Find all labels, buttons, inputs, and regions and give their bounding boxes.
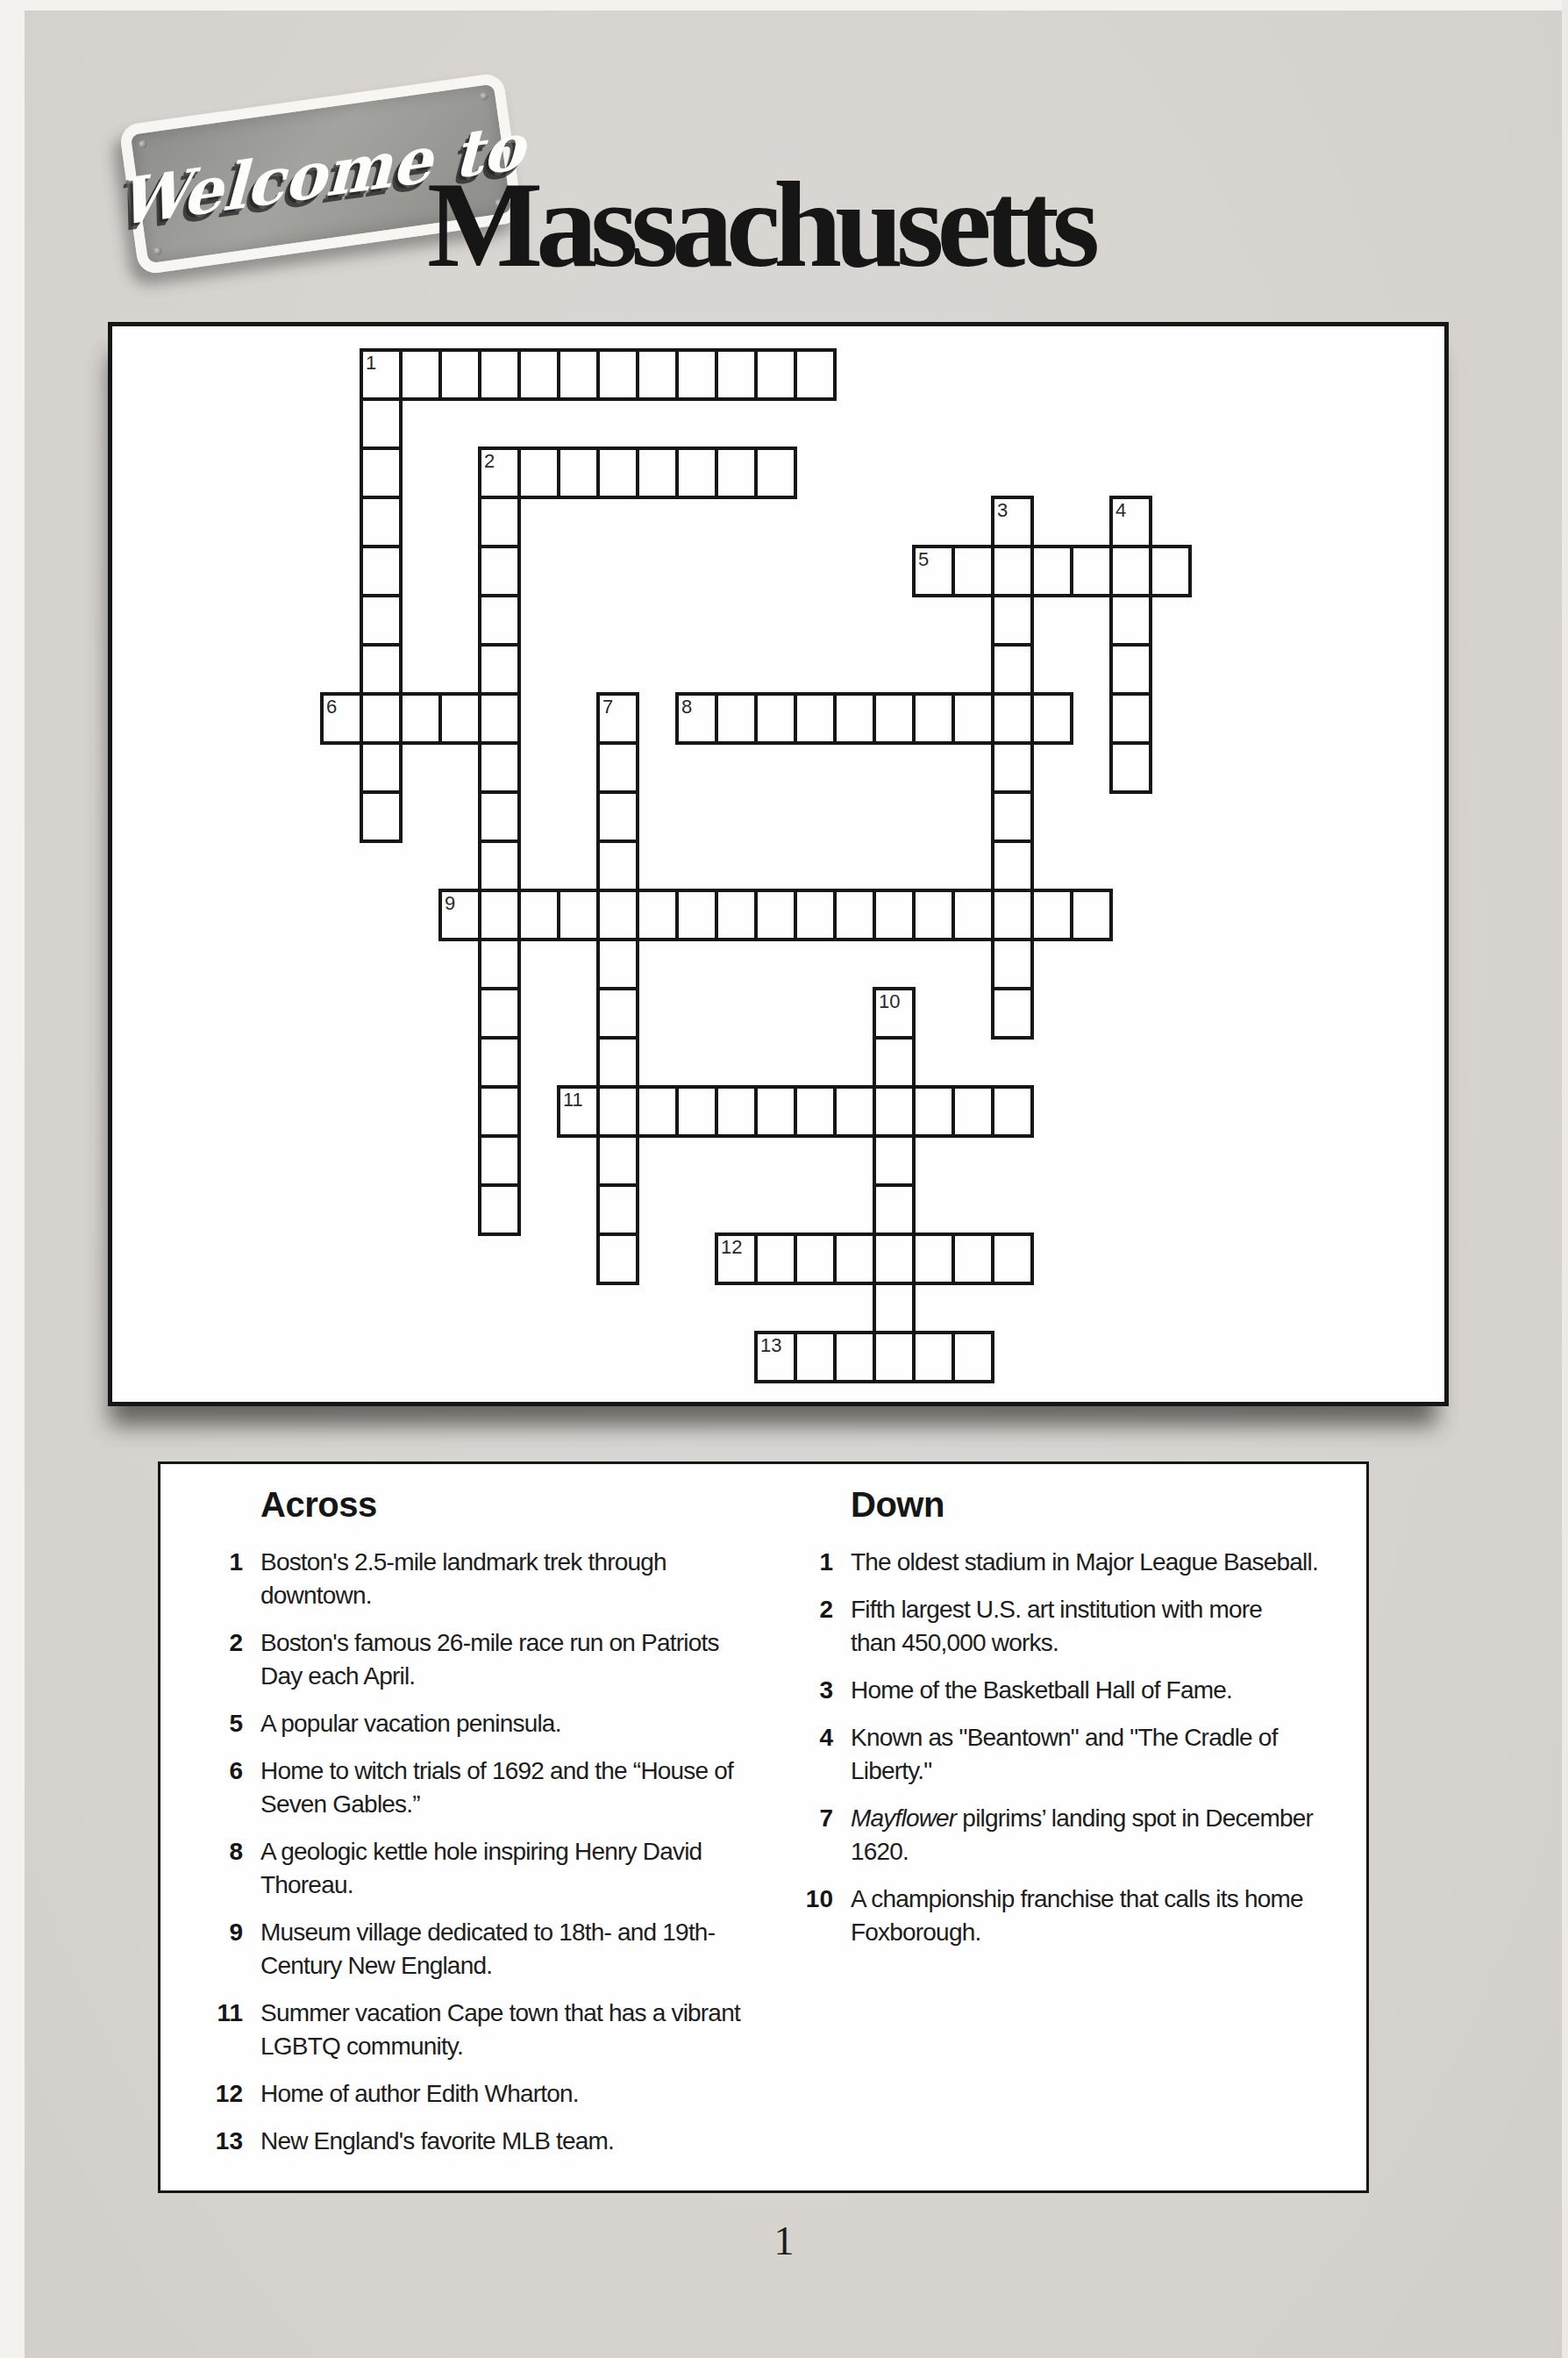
scan-edge-left — [0, 0, 25, 2358]
grid-cell[interactable] — [596, 1183, 639, 1236]
cell-number: 7 — [602, 696, 613, 718]
grid-cell[interactable] — [399, 692, 442, 745]
clue-number: 10 — [782, 1883, 833, 1949]
grid-cell[interactable] — [636, 447, 679, 499]
grid-cell[interactable] — [636, 1085, 679, 1138]
grid-cell[interactable] — [557, 447, 600, 499]
grid-cell[interactable] — [1109, 594, 1152, 647]
grid-cell[interactable] — [557, 348, 600, 401]
grid-cell[interactable] — [360, 741, 403, 794]
grid-cell[interactable] — [596, 987, 639, 1040]
grid-cell[interactable] — [636, 889, 679, 941]
grid-cell[interactable] — [360, 790, 403, 843]
grid-cell[interactable] — [754, 1233, 797, 1285]
clue-item: 1Boston's 2.5-mile landmark trek through… — [192, 1546, 762, 1612]
grid-cell[interactable] — [715, 348, 758, 401]
grid-cell[interactable] — [715, 1085, 758, 1138]
grid-cell[interactable] — [991, 643, 1034, 696]
grid-cell[interactable] — [596, 1085, 639, 1138]
grid-cell[interactable] — [360, 643, 403, 696]
grid-cell[interactable] — [715, 447, 758, 499]
clue-number: 5 — [192, 1707, 243, 1740]
grid-cell[interactable] — [951, 692, 994, 745]
grid-cell[interactable] — [951, 545, 994, 597]
grid-cell[interactable] — [912, 692, 955, 745]
grid-cell[interactable] — [991, 692, 1034, 745]
clue-text: Known as "Beantown" and "The Cradle of L… — [851, 1721, 1352, 1788]
cell-number: 1 — [366, 352, 376, 375]
screw-icon — [153, 247, 162, 255]
clue-text: Mayflower pilgrims’ landing spot in Dece… — [851, 1802, 1352, 1869]
grid-cell[interactable] — [478, 692, 521, 745]
grid-cell[interactable] — [675, 889, 718, 941]
clue-item: 7Mayflower pilgrims’ landing spot in Dec… — [782, 1802, 1352, 1869]
grid-cell[interactable] — [833, 692, 876, 745]
grid-cell[interactable] — [478, 840, 521, 892]
clue-number: 9 — [192, 1916, 243, 1983]
grid-cell[interactable] — [1030, 545, 1073, 597]
grid-cell[interactable] — [1070, 889, 1113, 941]
grid-cell[interactable] — [675, 1085, 718, 1138]
grid-cell[interactable] — [596, 1233, 639, 1285]
grid-cell[interactable] — [478, 889, 521, 941]
grid-cell[interactable] — [1070, 545, 1113, 597]
clue-text: A popular vacation peninsula. — [260, 1707, 762, 1740]
grid-cell[interactable]: 6 — [320, 692, 363, 745]
grid-cell[interactable] — [478, 1183, 521, 1236]
clue-text: A championship franchise that calls its … — [851, 1883, 1352, 1949]
grid-cell[interactable] — [478, 348, 521, 401]
grid-cell[interactable] — [360, 692, 403, 745]
grid-cell[interactable] — [991, 741, 1034, 794]
grid-cell[interactable] — [478, 1134, 521, 1187]
grid-cell[interactable]: 12 — [715, 1233, 758, 1285]
grid-cell[interactable] — [794, 348, 837, 401]
clue-item: 13New England's favorite MLB team. — [192, 2125, 762, 2158]
grid-cell[interactable] — [596, 790, 639, 843]
grid-cell[interactable] — [478, 1036, 521, 1089]
grid-cell[interactable] — [991, 1085, 1034, 1138]
grid-cell[interactable] — [912, 1331, 955, 1383]
grid-cell[interactable] — [912, 1085, 955, 1138]
clue-number: 6 — [192, 1754, 243, 1821]
clue-text: Home of author Edith Wharton. — [260, 2077, 762, 2111]
clue-number: 2 — [782, 1593, 833, 1660]
clue-number: 8 — [192, 1835, 243, 1902]
grid-cell[interactable] — [1030, 889, 1073, 941]
grid-cell[interactable] — [478, 545, 521, 597]
grid-cell[interactable] — [754, 1085, 797, 1138]
page-number: 1 — [774, 2219, 795, 2263]
grid-cell[interactable] — [754, 889, 797, 941]
grid-cell[interactable] — [833, 1233, 876, 1285]
cell-number: 11 — [563, 1089, 583, 1111]
grid-cell[interactable] — [478, 496, 521, 548]
across-clues-column: Across 1Boston's 2.5-mile landmark trek … — [192, 1485, 762, 2172]
grid-cell[interactable] — [517, 889, 560, 941]
clue-item: 6Home to witch trials of 1692 and the “H… — [192, 1754, 762, 1821]
cell-number: 12 — [721, 1236, 742, 1259]
down-clue-list: 1The oldest stadium in Major League Base… — [782, 1546, 1352, 1949]
clue-item: 2Boston's famous 26-mile race run on Pat… — [192, 1626, 762, 1693]
screw-icon — [139, 139, 147, 148]
grid-cell[interactable] — [517, 348, 560, 401]
grid-cell[interactable] — [478, 1085, 521, 1138]
grid-cell[interactable] — [873, 1134, 916, 1187]
grid-cell[interactable] — [1030, 692, 1073, 745]
grid-cell[interactable] — [478, 643, 521, 696]
grid-cell[interactable] — [873, 1233, 916, 1285]
clues-panel: Across 1Boston's 2.5-mile landmark trek … — [158, 1461, 1369, 2193]
page-footer: 1 — [0, 2218, 1568, 2264]
grid-cell[interactable] — [596, 348, 639, 401]
grid-cell[interactable]: 4 — [1109, 496, 1152, 548]
grid-cell[interactable] — [478, 741, 521, 794]
clue-number: 1 — [782, 1546, 833, 1579]
clue-number: 13 — [192, 2125, 243, 2158]
clue-item: 1The oldest stadium in Major League Base… — [782, 1546, 1352, 1579]
grid-cell[interactable] — [794, 1233, 837, 1285]
grid-cell[interactable] — [794, 1085, 837, 1138]
grid-cell[interactable] — [991, 1233, 1034, 1285]
cell-number: 6 — [326, 696, 337, 718]
grid-cell[interactable] — [873, 1183, 916, 1236]
grid-cell[interactable] — [873, 1085, 916, 1138]
grid-cell[interactable] — [715, 692, 758, 745]
grid-cell[interactable] — [360, 496, 403, 548]
clue-text: Fifth largest U.S. art institution with … — [851, 1593, 1352, 1660]
grid-cell[interactable] — [873, 889, 916, 941]
clue-item: 3Home of the Basketball Hall of Fame. — [782, 1674, 1352, 1707]
clue-item: 9Museum village dedicated to 18th- and 1… — [192, 1916, 762, 1983]
grid-cell[interactable]: 11 — [557, 1085, 600, 1138]
grid-cell[interactable] — [912, 1233, 955, 1285]
cell-number: 8 — [681, 696, 692, 718]
grid-cell[interactable]: 5 — [912, 545, 955, 597]
down-header: Down — [851, 1485, 1352, 1525]
grid-cell[interactable] — [1149, 545, 1192, 597]
clue-item: 4Known as "Beantown" and "The Cradle of … — [782, 1721, 1352, 1788]
grid-cell[interactable] — [360, 594, 403, 647]
grid-cell[interactable] — [596, 447, 639, 499]
across-header: Across — [260, 1485, 762, 1525]
grid-cell[interactable] — [675, 348, 718, 401]
page-title: Massachusetts — [427, 163, 1093, 286]
grid-cell[interactable] — [596, 1036, 639, 1089]
clue-text: New England's favorite MLB team. — [260, 2125, 762, 2158]
clue-text: Summer vacation Cape town that has a vib… — [260, 1997, 762, 2063]
grid-cell[interactable]: 7 — [596, 692, 639, 745]
cell-number: 9 — [445, 892, 455, 915]
grid-cell[interactable] — [991, 840, 1034, 892]
across-clue-list: 1Boston's 2.5-mile landmark trek through… — [192, 1546, 762, 2158]
cell-number: 13 — [760, 1334, 781, 1357]
grid-cell[interactable] — [478, 987, 521, 1040]
grid-cell[interactable]: 1 — [360, 348, 403, 401]
grid-cell[interactable] — [754, 348, 797, 401]
grid-cell[interactable] — [833, 1085, 876, 1138]
clue-number: 12 — [192, 2077, 243, 2111]
grid-cell[interactable] — [951, 1085, 994, 1138]
grid-cell[interactable] — [873, 1331, 916, 1383]
grid-cell[interactable]: 2 — [478, 447, 521, 499]
clue-text: Home to witch trials of 1692 and the “Ho… — [260, 1754, 762, 1821]
grid-cell[interactable] — [557, 889, 600, 941]
grid-cell[interactable] — [754, 447, 797, 499]
grid-cell[interactable] — [833, 889, 876, 941]
grid-cell[interactable] — [478, 790, 521, 843]
grid-cell[interactable] — [596, 741, 639, 794]
clue-text: A geologic kettle hole inspiring Henry D… — [260, 1835, 762, 1902]
grid-cell[interactable] — [596, 1134, 639, 1187]
grid-cell[interactable]: 8 — [675, 692, 718, 745]
grid-cell[interactable] — [1109, 643, 1152, 696]
scan-edge-top — [0, 0, 1568, 11]
grid-cell[interactable] — [438, 348, 481, 401]
clue-text: Boston's famous 26-mile race run on Patr… — [260, 1626, 762, 1693]
clue-item: 8A geologic kettle hole inspiring Henry … — [192, 1835, 762, 1902]
grid-cell[interactable] — [951, 1331, 994, 1383]
grid-cell[interactable] — [478, 938, 521, 990]
grid-cell[interactable] — [991, 889, 1034, 941]
grid-cell[interactable] — [596, 938, 639, 990]
grid-cell[interactable] — [596, 840, 639, 892]
grid-cell[interactable] — [912, 889, 955, 941]
cell-number: 4 — [1115, 499, 1126, 522]
grid-cell[interactable] — [399, 348, 442, 401]
screw-icon — [480, 92, 488, 101]
grid-cell[interactable] — [873, 692, 916, 745]
cell-number: 10 — [879, 990, 900, 1013]
clue-text: Home of the Basketball Hall of Fame. — [851, 1674, 1352, 1707]
grid-cell[interactable] — [754, 692, 797, 745]
grid-cell[interactable] — [1109, 545, 1152, 597]
grid-cell[interactable]: 3 — [991, 496, 1034, 548]
grid-cell[interactable]: 10 — [873, 987, 916, 1040]
grid-cell[interactable]: 9 — [438, 889, 481, 941]
grid-cell[interactable] — [675, 447, 718, 499]
grid-cell[interactable] — [360, 545, 403, 597]
puzzle-board-panel: 12345678910111213 — [108, 322, 1449, 1406]
clue-number: 4 — [782, 1721, 833, 1788]
grid-cell[interactable] — [794, 692, 837, 745]
grid-cell[interactable] — [991, 790, 1034, 843]
grid-cell[interactable] — [1109, 692, 1152, 745]
grid-cell[interactable] — [873, 1282, 916, 1334]
grid-cell[interactable] — [991, 594, 1034, 647]
clue-text: Museum village dedicated to 18th- and 19… — [260, 1916, 762, 1983]
grid-cell[interactable] — [478, 594, 521, 647]
clue-number: 2 — [192, 1626, 243, 1693]
cell-number: 5 — [918, 548, 929, 571]
scan-edge-right — [1562, 0, 1568, 2358]
clue-number: 3 — [782, 1674, 833, 1707]
grid-cell[interactable] — [991, 987, 1034, 1040]
grid-cell[interactable] — [991, 938, 1034, 990]
grid-cell[interactable] — [794, 889, 837, 941]
grid-cell[interactable] — [596, 889, 639, 941]
grid-cell[interactable] — [517, 447, 560, 499]
grid-cell[interactable] — [991, 545, 1034, 597]
clue-item: 2Fifth largest U.S. art institution with… — [782, 1593, 1352, 1660]
grid-cell[interactable] — [951, 889, 994, 941]
clue-number: 7 — [782, 1802, 833, 1869]
grid-cell[interactable] — [360, 397, 403, 450]
clue-item: 10A championship franchise that calls it… — [782, 1883, 1352, 1949]
clue-item: 12Home of author Edith Wharton. — [192, 2077, 762, 2111]
clue-text: The oldest stadium in Major League Baseb… — [851, 1546, 1352, 1579]
down-clues-column: Down 1The oldest stadium in Major League… — [782, 1485, 1352, 1963]
clue-item: 11Summer vacation Cape town that has a v… — [192, 1997, 762, 2063]
grid-cell[interactable] — [438, 692, 481, 745]
clue-number: 1 — [192, 1546, 243, 1612]
scanned-puzzle-page: Welcome to Massachusetts 123456789101112… — [0, 0, 1568, 2358]
grid-cell[interactable]: 13 — [754, 1331, 797, 1383]
clue-number: 11 — [192, 1997, 243, 2063]
clue-item: 5A popular vacation peninsula. — [192, 1707, 762, 1740]
grid-cell[interactable] — [1109, 741, 1152, 794]
grid-cell[interactable] — [636, 348, 679, 401]
clue-text: Boston's 2.5-mile landmark trek through … — [260, 1546, 762, 1612]
grid-cell[interactable] — [360, 447, 403, 499]
cell-number: 3 — [997, 499, 1008, 522]
grid-cell[interactable] — [715, 889, 758, 941]
grid-cell[interactable] — [873, 1036, 916, 1089]
grid-cell[interactable] — [794, 1331, 837, 1383]
cell-number: 2 — [484, 450, 495, 473]
grid-cell[interactable] — [833, 1331, 876, 1383]
grid-cell[interactable] — [951, 1233, 994, 1285]
